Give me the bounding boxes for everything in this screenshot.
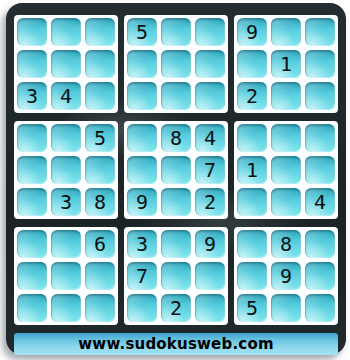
given-digit: 7 — [204, 156, 216, 184]
cell-r7c4[interactable]: 3 — [127, 230, 157, 258]
cell-r5c6[interactable]: 7 — [195, 156, 225, 184]
cell-r7c6[interactable]: 9 — [195, 230, 225, 258]
given-digit: 4 — [60, 82, 72, 110]
cell-r3c9[interactable] — [305, 82, 335, 110]
cell-r4c5[interactable]: 8 — [161, 124, 191, 152]
cell-r8c4[interactable]: 7 — [127, 262, 157, 290]
given-digit: 3 — [60, 188, 72, 216]
cell-r5c2[interactable] — [51, 156, 81, 184]
box-5: 84792 — [124, 121, 228, 219]
given-digit: 5 — [246, 294, 258, 322]
given-digit: 6 — [94, 230, 106, 258]
cell-r4c1[interactable] — [17, 124, 47, 152]
cell-r3c1[interactable]: 3 — [17, 82, 47, 110]
cell-r5c7[interactable]: 1 — [237, 156, 267, 184]
cell-r2c5[interactable] — [161, 50, 191, 78]
cell-r2c6[interactable] — [195, 50, 225, 78]
cell-r6c5[interactable] — [161, 188, 191, 216]
box-4: 538 — [14, 121, 118, 219]
cell-r8c1[interactable] — [17, 262, 47, 290]
cell-r9c4[interactable] — [127, 294, 157, 322]
cell-r1c1[interactable] — [17, 18, 47, 46]
given-digit: 5 — [136, 18, 148, 46]
cell-r6c8[interactable] — [271, 188, 301, 216]
cell-r9c9[interactable] — [305, 294, 335, 322]
cell-r1c6[interactable] — [195, 18, 225, 46]
box-7: 6 — [14, 227, 118, 325]
given-digit: 3 — [136, 230, 148, 258]
box-6: 14 — [234, 121, 338, 219]
cell-r8c8[interactable]: 9 — [271, 262, 301, 290]
cell-r4c9[interactable] — [305, 124, 335, 152]
page: 345912538847921463972895 www.sudokusweb.… — [0, 0, 350, 360]
given-digit: 5 — [94, 124, 106, 152]
box-8: 3972 — [124, 227, 228, 325]
cell-r5c8[interactable] — [271, 156, 301, 184]
cell-r4c8[interactable] — [271, 124, 301, 152]
sudoku-board: 345912538847921463972895 www.sudokusweb.… — [6, 3, 346, 355]
given-digit: 4 — [314, 188, 326, 216]
cell-r6c4[interactable]: 9 — [127, 188, 157, 216]
given-digit: 8 — [94, 188, 106, 216]
given-digit: 2 — [204, 188, 216, 216]
cell-r3c5[interactable] — [161, 82, 191, 110]
cell-r4c2[interactable] — [51, 124, 81, 152]
cell-r6c2[interactable]: 3 — [51, 188, 81, 216]
cell-r1c3[interactable] — [85, 18, 115, 46]
cell-r6c7[interactable] — [237, 188, 267, 216]
cell-r2c1[interactable] — [17, 50, 47, 78]
cell-r5c1[interactable] — [17, 156, 47, 184]
cell-r2c7[interactable] — [237, 50, 267, 78]
cell-r1c4[interactable]: 5 — [127, 18, 157, 46]
cell-r3c3[interactable] — [85, 82, 115, 110]
cell-r8c9[interactable] — [305, 262, 335, 290]
sudoku-grid: 345912538847921463972895 — [14, 15, 338, 325]
box-2: 5 — [124, 15, 228, 113]
cell-r3c6[interactable] — [195, 82, 225, 110]
cell-r4c7[interactable] — [237, 124, 267, 152]
given-digit: 2 — [246, 82, 258, 110]
cell-r5c4[interactable] — [127, 156, 157, 184]
cell-r7c2[interactable] — [51, 230, 81, 258]
footer-bar: www.sudokusweb.com — [14, 333, 338, 355]
cell-r2c8[interactable]: 1 — [271, 50, 301, 78]
cell-r1c2[interactable] — [51, 18, 81, 46]
website-url: www.sudokusweb.com — [78, 335, 273, 353]
given-digit: 8 — [280, 230, 292, 258]
cell-r7c8[interactable]: 8 — [271, 230, 301, 258]
cell-r7c1[interactable] — [17, 230, 47, 258]
cell-r4c6[interactable]: 4 — [195, 124, 225, 152]
cell-r9c7[interactable]: 5 — [237, 294, 267, 322]
cell-r6c6[interactable]: 2 — [195, 188, 225, 216]
cell-r9c3[interactable] — [85, 294, 115, 322]
given-digit: 9 — [136, 188, 148, 216]
given-digit: 1 — [280, 50, 292, 78]
cell-r1c8[interactable] — [271, 18, 301, 46]
cell-r1c7[interactable]: 9 — [237, 18, 267, 46]
box-9: 895 — [234, 227, 338, 325]
cell-r8c6[interactable] — [195, 262, 225, 290]
cell-r6c3[interactable]: 8 — [85, 188, 115, 216]
cell-r4c3[interactable]: 5 — [85, 124, 115, 152]
cell-r8c5[interactable] — [161, 262, 191, 290]
given-digit: 2 — [170, 294, 182, 322]
given-digit: 9 — [280, 262, 292, 290]
cell-r2c4[interactable] — [127, 50, 157, 78]
given-digit: 8 — [170, 124, 182, 152]
cell-r7c7[interactable] — [237, 230, 267, 258]
cell-r6c1[interactable] — [17, 188, 47, 216]
cell-r7c5[interactable] — [161, 230, 191, 258]
cell-r9c6[interactable] — [195, 294, 225, 322]
cell-r2c3[interactable] — [85, 50, 115, 78]
given-digit: 9 — [246, 18, 258, 46]
cell-r7c9[interactable] — [305, 230, 335, 258]
given-digit: 7 — [136, 262, 148, 290]
cell-r3c7[interactable]: 2 — [237, 82, 267, 110]
cell-r2c2[interactable] — [51, 50, 81, 78]
cell-r4c4[interactable] — [127, 124, 157, 152]
cell-r3c8[interactable] — [271, 82, 301, 110]
cell-r9c5[interactable]: 2 — [161, 294, 191, 322]
cell-r8c3[interactable] — [85, 262, 115, 290]
cell-r8c7[interactable] — [237, 262, 267, 290]
given-digit: 3 — [26, 82, 38, 110]
box-1: 34 — [14, 15, 118, 113]
cell-r3c2[interactable]: 4 — [51, 82, 81, 110]
cell-r8c2[interactable] — [51, 262, 81, 290]
given-digit: 1 — [246, 156, 258, 184]
cell-r9c2[interactable] — [51, 294, 81, 322]
cell-r3c4[interactable] — [127, 82, 157, 110]
cell-r2c9[interactable] — [305, 50, 335, 78]
given-digit: 9 — [204, 230, 216, 258]
cell-r1c9[interactable] — [305, 18, 335, 46]
cell-r9c1[interactable] — [17, 294, 47, 322]
cell-r5c5[interactable] — [161, 156, 191, 184]
cell-r7c3[interactable]: 6 — [85, 230, 115, 258]
cell-r9c8[interactable] — [271, 294, 301, 322]
cell-r6c9[interactable]: 4 — [305, 188, 335, 216]
box-3: 912 — [234, 15, 338, 113]
cell-r1c5[interactable] — [161, 18, 191, 46]
cell-r5c3[interactable] — [85, 156, 115, 184]
given-digit: 4 — [204, 124, 216, 152]
cell-r5c9[interactable] — [305, 156, 335, 184]
